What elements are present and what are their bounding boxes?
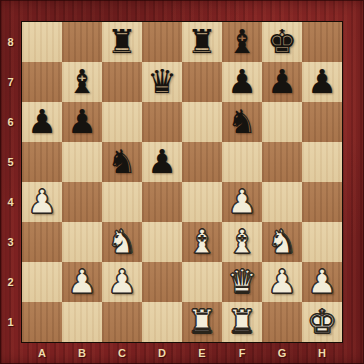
square-g6[interactable] (262, 102, 302, 142)
square-e1[interactable]: ♜ (182, 302, 222, 342)
square-b3[interactable] (62, 222, 102, 262)
square-d3[interactable] (142, 222, 182, 262)
square-a5[interactable] (22, 142, 62, 182)
white-pawn[interactable]: ♟ (307, 262, 337, 302)
rank-label-2: 2 (0, 262, 21, 302)
square-b6[interactable]: ♟ (62, 102, 102, 142)
square-d2[interactable] (142, 262, 182, 302)
square-f3[interactable]: ♝ (222, 222, 262, 262)
file-label-e: E (182, 342, 222, 363)
square-e4[interactable] (182, 182, 222, 222)
square-g5[interactable] (262, 142, 302, 182)
rank-label-8: 8 (0, 22, 21, 62)
white-knight[interactable]: ♞ (107, 222, 137, 262)
black-king[interactable]: ♚ (267, 22, 297, 62)
square-h8[interactable] (302, 22, 342, 62)
square-d7[interactable]: ♛ (142, 62, 182, 102)
rank-label-7: 7 (0, 62, 21, 102)
file-label-b: B (62, 342, 102, 363)
white-queen[interactable]: ♛ (227, 262, 257, 302)
square-g3[interactable]: ♞ (262, 222, 302, 262)
square-e5[interactable] (182, 142, 222, 182)
file-label-a: A (22, 342, 62, 363)
rank-labels: 87654321 (0, 22, 21, 342)
black-rook[interactable]: ♜ (187, 22, 217, 62)
black-queen[interactable]: ♛ (147, 62, 177, 102)
square-c1[interactable] (102, 302, 142, 342)
square-h6[interactable] (302, 102, 342, 142)
square-d1[interactable] (142, 302, 182, 342)
square-g1[interactable] (262, 302, 302, 342)
square-h7[interactable]: ♟ (302, 62, 342, 102)
rank-label-1: 1 (0, 302, 21, 342)
square-g4[interactable] (262, 182, 302, 222)
square-d4[interactable] (142, 182, 182, 222)
square-f8[interactable]: ♝ (222, 22, 262, 62)
black-pawn[interactable]: ♟ (227, 62, 257, 102)
white-pawn[interactable]: ♟ (27, 182, 57, 222)
square-c3[interactable]: ♞ (102, 222, 142, 262)
rank-label-4: 4 (0, 182, 21, 222)
square-e8[interactable]: ♜ (182, 22, 222, 62)
white-bishop[interactable]: ♝ (187, 222, 217, 262)
square-h3[interactable] (302, 222, 342, 262)
white-king[interactable]: ♚ (307, 302, 337, 342)
square-f6[interactable]: ♞ (222, 102, 262, 142)
rank-label-6: 6 (0, 102, 21, 142)
rank-label-3: 3 (0, 222, 21, 262)
white-bishop[interactable]: ♝ (227, 222, 257, 262)
square-f1[interactable]: ♜ (222, 302, 262, 342)
square-c4[interactable] (102, 182, 142, 222)
square-f4[interactable]: ♟ (222, 182, 262, 222)
board: ♜♜♝♚♝♛♟♟♟♟♟♞♞♟♟♟♞♝♝♞♟♟♛♟♟♜♜♚ (21, 21, 343, 343)
square-a3[interactable] (22, 222, 62, 262)
square-c2[interactable]: ♟ (102, 262, 142, 302)
file-label-f: F (222, 342, 262, 363)
square-a2[interactable] (22, 262, 62, 302)
square-g7[interactable]: ♟ (262, 62, 302, 102)
black-pawn[interactable]: ♟ (67, 102, 97, 142)
square-b8[interactable] (62, 22, 102, 62)
black-knight[interactable]: ♞ (227, 102, 257, 142)
square-b5[interactable] (62, 142, 102, 182)
square-h4[interactable] (302, 182, 342, 222)
square-h5[interactable] (302, 142, 342, 182)
square-f7[interactable]: ♟ (222, 62, 262, 102)
file-label-c: C (102, 342, 142, 363)
black-rook[interactable]: ♜ (107, 22, 137, 62)
square-g8[interactable]: ♚ (262, 22, 302, 62)
square-h1[interactable]: ♚ (302, 302, 342, 342)
black-pawn[interactable]: ♟ (307, 62, 337, 102)
black-knight[interactable]: ♞ (107, 142, 137, 182)
black-pawn[interactable]: ♟ (147, 142, 177, 182)
square-e3[interactable]: ♝ (182, 222, 222, 262)
white-rook[interactable]: ♜ (227, 302, 257, 342)
black-pawn[interactable]: ♟ (27, 102, 57, 142)
black-bishop[interactable]: ♝ (67, 62, 97, 102)
file-labels: ABCDEFGH (22, 342, 342, 363)
square-a1[interactable] (22, 302, 62, 342)
square-a4[interactable]: ♟ (22, 182, 62, 222)
square-c8[interactable]: ♜ (102, 22, 142, 62)
rank-label-5: 5 (0, 142, 21, 182)
white-knight[interactable]: ♞ (267, 222, 297, 262)
square-d8[interactable] (142, 22, 182, 62)
square-b4[interactable] (62, 182, 102, 222)
white-pawn[interactable]: ♟ (107, 262, 137, 302)
square-b2[interactable]: ♟ (62, 262, 102, 302)
file-label-h: H (302, 342, 342, 363)
square-f2[interactable]: ♛ (222, 262, 262, 302)
square-a7[interactable] (22, 62, 62, 102)
square-g2[interactable]: ♟ (262, 262, 302, 302)
square-b1[interactable] (62, 302, 102, 342)
black-bishop[interactable]: ♝ (227, 22, 257, 62)
square-h2[interactable]: ♟ (302, 262, 342, 302)
file-label-g: G (262, 342, 302, 363)
square-c7[interactable] (102, 62, 142, 102)
square-c5[interactable]: ♞ (102, 142, 142, 182)
square-a8[interactable] (22, 22, 62, 62)
white-pawn[interactable]: ♟ (227, 182, 257, 222)
square-d6[interactable] (142, 102, 182, 142)
black-pawn[interactable]: ♟ (267, 62, 297, 102)
white-rook[interactable]: ♜ (187, 302, 217, 342)
square-f5[interactable] (222, 142, 262, 182)
square-e7[interactable] (182, 62, 222, 102)
square-c6[interactable] (102, 102, 142, 142)
white-pawn[interactable]: ♟ (267, 262, 297, 302)
square-e2[interactable] (182, 262, 222, 302)
square-b7[interactable]: ♝ (62, 62, 102, 102)
square-d5[interactable]: ♟ (142, 142, 182, 182)
square-a6[interactable]: ♟ (22, 102, 62, 142)
chess-board-frame: 87654321 ♜♜♝♚♝♛♟♟♟♟♟♞♞♟♟♟♞♝♝♞♟♟♛♟♟♜♜♚ AB… (0, 0, 364, 364)
square-e6[interactable] (182, 102, 222, 142)
file-label-d: D (142, 342, 182, 363)
white-pawn[interactable]: ♟ (67, 262, 97, 302)
